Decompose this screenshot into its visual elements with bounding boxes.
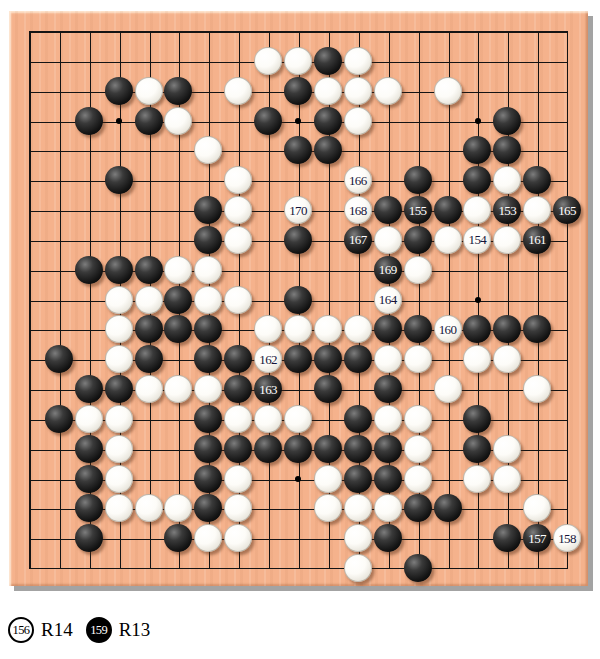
white-stone [374,226,402,254]
point-H7 [223,374,253,404]
point-F11 [164,255,194,285]
point-P3 [433,493,463,523]
point-E9 [134,314,164,344]
point-S1 [522,553,552,583]
black-stone [45,405,73,433]
point-M18 [343,46,373,76]
point-O9 [403,314,433,344]
stone-number: 165 [558,204,576,217]
go-board: 1661701681551531651671541611691641601621… [9,11,588,586]
black-stone [344,465,372,493]
point-M4 [343,464,373,494]
point-B2 [44,523,74,553]
white-stone [314,494,342,522]
point-L6 [313,404,343,434]
black-stone [224,435,252,463]
white-stone [314,465,342,493]
black-stone: 157 [523,524,551,552]
point-F9 [164,314,194,344]
point-E4 [134,464,164,494]
point-E1 [134,553,164,583]
point-G12 [193,225,223,255]
point-A13 [14,195,44,225]
point-O17 [403,76,433,106]
point-H9 [223,314,253,344]
point-A2 [14,523,44,553]
point-K5 [283,434,313,464]
white-stone [344,315,372,343]
white-stone: 162 [254,345,282,373]
black-stone [434,494,462,522]
point-Q14 [462,165,492,195]
point-L3 [313,493,343,523]
point-P14 [433,165,463,195]
black-stone [284,286,312,314]
black-stone [284,435,312,463]
white-stone [523,375,551,403]
point-P18 [433,46,463,76]
white-stone [434,77,462,105]
point-F4 [164,464,194,494]
white-stone [135,77,163,105]
white-stone: 168 [344,196,372,224]
stone-number: 153 [498,204,516,217]
point-N4 [373,464,403,494]
point-O6 [403,404,433,434]
white-stone [344,107,372,135]
point-M19 [343,16,373,46]
point-E8 [134,344,164,374]
white-stone [135,286,163,314]
black-stone [523,315,551,343]
black-stone [434,196,462,224]
point-T4 [552,464,582,494]
point-C16 [74,106,104,136]
point-E5 [134,434,164,464]
white-stone [105,315,133,343]
point-O18 [403,46,433,76]
point-H17 [223,76,253,106]
point-E6 [134,404,164,434]
point-B5 [44,434,74,464]
white-stone [224,465,252,493]
point-P15 [433,136,463,166]
point-M3 [343,493,373,523]
point-R5 [492,434,522,464]
point-Q8 [462,344,492,374]
point-D5 [104,434,134,464]
white-stone [164,107,192,135]
white-stone [105,435,133,463]
point-F6 [164,404,194,434]
stone-number: 161 [528,233,546,246]
point-N16 [373,106,403,136]
black-stone [374,375,402,403]
point-K15 [283,136,313,166]
point-R12 [492,225,522,255]
point-C6 [74,404,104,434]
black-stone [194,345,222,373]
point-O3 [403,493,433,523]
stone-number: 169 [379,263,397,276]
point-Q1 [462,553,492,583]
white-stone [194,524,222,552]
stone-number: 162 [259,353,277,366]
point-L5 [313,434,343,464]
white-stone [374,494,402,522]
point-P1 [433,553,463,583]
point-T6 [552,404,582,434]
point-G9 [193,314,223,344]
stone-number: 160 [439,323,457,336]
point-A12 [14,225,44,255]
point-Q5 [462,434,492,464]
black-stone [374,196,402,224]
point-D13 [104,195,134,225]
point-H1 [223,553,253,583]
white-stone [224,405,252,433]
white-stone [224,524,252,552]
point-K9 [283,314,313,344]
white-stone [254,315,282,343]
point-G18 [193,46,223,76]
point-Q17 [462,76,492,106]
point-E14 [134,165,164,195]
point-S17 [522,76,552,106]
point-C9 [74,314,104,344]
point-B14 [44,165,74,195]
point-S16 [522,106,552,136]
point-E17 [134,76,164,106]
point-J7: 163 [253,374,283,404]
point-H3 [223,493,253,523]
white-stone [374,77,402,105]
black-stone [194,405,222,433]
stone-number: 166 [349,174,367,187]
white-stone [404,256,432,284]
white-stone [284,315,312,343]
point-D3 [104,493,134,523]
point-F18 [164,46,194,76]
point-R4 [492,464,522,494]
point-O10 [403,285,433,315]
white-stone [254,405,282,433]
black-stone [224,345,252,373]
point-P5 [433,434,463,464]
point-T17 [552,76,582,106]
point-M9 [343,314,373,344]
point-H8 [223,344,253,374]
point-D10 [104,285,134,315]
point-Q10 [462,285,492,315]
point-H6 [223,404,253,434]
white-stone [493,465,521,493]
black-stone [314,345,342,373]
point-Q3 [462,493,492,523]
black-stone [374,315,402,343]
point-R2 [492,523,522,553]
white-stone [224,77,252,105]
point-G10 [193,285,223,315]
point-B18 [44,46,74,76]
point-N11: 169 [373,255,403,285]
point-J17 [253,76,283,106]
point-N9 [373,314,403,344]
white-stone [105,345,133,373]
point-A1 [14,553,44,583]
point-K2 [283,523,313,553]
point-L9 [313,314,343,344]
point-G5 [193,434,223,464]
point-N6 [373,404,403,434]
point-C2 [74,523,104,553]
black-stone [463,136,491,164]
point-J5 [253,434,283,464]
white-stone [194,136,222,164]
black-stone [404,494,432,522]
point-M7 [343,374,373,404]
black-stone [314,435,342,463]
point-K16 [283,106,313,136]
point-J3 [253,493,283,523]
point-Q18 [462,46,492,76]
black-stone [75,494,103,522]
point-H12 [223,225,253,255]
point-G15 [193,136,223,166]
point-O16 [403,106,433,136]
white-stone [75,405,103,433]
white-stone [135,375,163,403]
point-G16 [193,106,223,136]
point-T1 [552,553,582,583]
black-stone [463,315,491,343]
point-G7 [193,374,223,404]
point-B7 [44,374,74,404]
white-stone [523,196,551,224]
black-stone [105,77,133,105]
point-N13 [373,195,403,225]
point-B15 [44,136,74,166]
point-R16 [492,106,522,136]
point-D12 [104,225,134,255]
point-H10 [223,285,253,315]
point-D1 [104,553,134,583]
black-stone: 165 [553,196,581,224]
point-R17 [492,76,522,106]
point-O12 [403,225,433,255]
point-A11 [14,255,44,285]
black-stone [374,524,402,552]
black-stone [344,405,372,433]
white-stone [224,166,252,194]
black-stone [135,345,163,373]
point-G6 [193,404,223,434]
point-C15 [74,136,104,166]
point-E13 [134,195,164,225]
white-stone: 164 [374,286,402,314]
point-P12 [433,225,463,255]
point-A8 [14,344,44,374]
point-B16 [44,106,74,136]
point-B12 [44,225,74,255]
white-stone [135,494,163,522]
point-F19 [164,16,194,46]
point-G13 [193,195,223,225]
black-stone [164,315,192,343]
white-stone [194,286,222,314]
point-K12 [283,225,313,255]
point-Q13 [462,195,492,225]
white-stone [374,405,402,433]
caption-point-white: R14 [41,619,73,641]
black-stone [314,47,342,75]
white-stone [493,226,521,254]
point-F17 [164,76,194,106]
black-stone: 169 [374,256,402,284]
point-A9 [14,314,44,344]
black-stone [164,286,192,314]
black-stone [284,136,312,164]
point-G1 [193,553,223,583]
point-O14 [403,165,433,195]
black-stone [45,345,73,373]
point-P7 [433,374,463,404]
black-stone: 167 [344,226,372,254]
point-A15 [14,136,44,166]
point-M6 [343,404,373,434]
point-S2: 157 [522,523,552,553]
point-J4 [253,464,283,494]
point-Q15 [462,136,492,166]
point-A14 [14,165,44,195]
black-stone [314,136,342,164]
point-T8 [552,344,582,374]
point-E3 [134,493,164,523]
black-stone [75,256,103,284]
point-L11 [313,255,343,285]
stone-number: 154 [469,233,487,246]
point-S15 [522,136,552,166]
point-G19 [193,16,223,46]
point-J15 [253,136,283,166]
point-B8 [44,344,74,374]
black-stone [493,524,521,552]
black-stone [493,107,521,135]
point-C19 [74,16,104,46]
black-stone [194,226,222,254]
black-stone: 153 [493,196,521,224]
point-M2 [343,523,373,553]
point-F1 [164,553,194,583]
move-caption: 156 R14 159 R13 [8,613,156,647]
point-S8 [522,344,552,374]
black-stone: 155 [404,196,432,224]
point-D7 [104,374,134,404]
point-J16 [253,106,283,136]
point-T19 [552,16,582,46]
point-E7 [134,374,164,404]
black-stone [493,136,521,164]
point-N14 [373,165,403,195]
point-F8 [164,344,194,374]
point-T3 [552,493,582,523]
point-M11 [343,255,373,285]
point-J13 [253,195,283,225]
black-stone [105,375,133,403]
point-Q11 [462,255,492,285]
point-D6 [104,404,134,434]
point-M16 [343,106,373,136]
point-K14 [283,165,313,195]
black-stone [135,256,163,284]
point-H15 [223,136,253,166]
white-stone [194,256,222,284]
white-stone [493,345,521,373]
point-P16 [433,106,463,136]
white-stone [314,315,342,343]
point-Q2 [462,523,492,553]
point-Q12: 154 [462,225,492,255]
point-D18 [104,46,134,76]
point-T11 [552,255,582,285]
point-J19 [253,16,283,46]
point-P10 [433,285,463,315]
point-B4 [44,464,74,494]
point-F13 [164,195,194,225]
point-R3 [492,493,522,523]
point-B1 [44,553,74,583]
point-L7 [313,374,343,404]
point-O1 [403,553,433,583]
white-stone [224,494,252,522]
point-S12: 161 [522,225,552,255]
point-P19 [433,16,463,46]
point-L10 [313,285,343,315]
white-stone [404,345,432,373]
black-stone [404,166,432,194]
white-stone [434,226,462,254]
point-J11 [253,255,283,285]
black-stone: 161 [523,226,551,254]
black-stone [105,256,133,284]
white-stone [105,405,133,433]
stone-number: 163 [259,383,277,396]
point-O2 [403,523,433,553]
point-D17 [104,76,134,106]
point-K13: 170 [283,195,313,225]
black-stone [224,375,252,403]
point-E19 [134,16,164,46]
point-A4 [14,464,44,494]
white-stone [463,196,491,224]
point-R11 [492,255,522,285]
point-P8 [433,344,463,374]
black-stone [374,465,402,493]
point-G3 [193,493,223,523]
stone-number: 167 [349,233,367,246]
point-B19 [44,16,74,46]
point-E16 [134,106,164,136]
point-L15 [313,136,343,166]
white-stone [344,77,372,105]
point-S4 [522,464,552,494]
white-stone [164,256,192,284]
point-S18 [522,46,552,76]
point-O19 [403,16,433,46]
white-stone [314,77,342,105]
caption-point-black: R13 [119,619,151,641]
black-stone [254,435,282,463]
